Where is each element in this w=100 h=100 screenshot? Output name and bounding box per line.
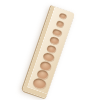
wooden-board xyxy=(22,5,75,98)
pit-2[interactable] xyxy=(56,20,65,28)
pit-3[interactable] xyxy=(52,28,62,37)
pit-grid xyxy=(27,7,75,94)
pit-1[interactable] xyxy=(59,12,67,20)
pit-4[interactable] xyxy=(49,36,60,46)
product-photo-scene xyxy=(0,0,100,100)
